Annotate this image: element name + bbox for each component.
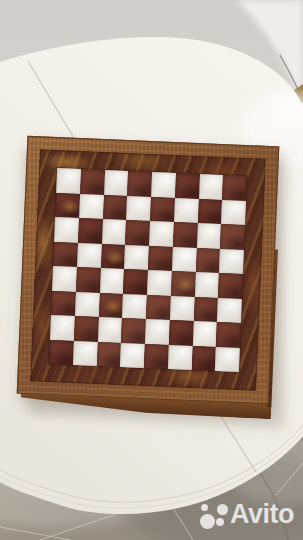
square-h6	[220, 224, 245, 249]
square-d7	[126, 196, 151, 221]
square-b2	[74, 316, 99, 341]
square-d6	[125, 220, 150, 245]
square-c7	[103, 195, 128, 220]
square-a4	[52, 266, 77, 291]
square-h7	[221, 200, 246, 225]
square-b1	[73, 340, 98, 365]
square-g4	[194, 272, 219, 297]
watermark-text: Avito	[230, 497, 294, 531]
square-e6	[149, 221, 174, 246]
square-a5	[53, 242, 78, 267]
square-e4	[147, 270, 172, 295]
square-b3	[75, 291, 100, 316]
chess-board	[17, 136, 280, 404]
square-d3	[122, 293, 147, 318]
square-c2	[97, 317, 122, 342]
square-e3	[146, 294, 171, 319]
photo-of-chess-board: Avito	[0, 0, 303, 540]
square-h2	[216, 322, 241, 347]
onyx-border	[30, 149, 266, 390]
square-f2	[169, 320, 194, 345]
board-grid	[49, 168, 247, 372]
square-b7	[79, 194, 104, 219]
square-c4	[100, 268, 125, 293]
square-a8	[56, 168, 81, 193]
square-a6	[54, 217, 79, 242]
square-g2	[192, 321, 217, 346]
square-g1	[191, 345, 216, 370]
square-b6	[78, 218, 103, 243]
square-c1	[96, 341, 121, 366]
square-b4	[76, 267, 101, 292]
square-d4	[123, 269, 148, 294]
square-g3	[193, 296, 218, 321]
square-a7	[55, 193, 80, 218]
watermark: Avito	[192, 496, 294, 532]
square-e2	[145, 319, 170, 344]
square-d8	[127, 171, 152, 196]
square-e1	[144, 343, 169, 368]
square-f4	[171, 271, 196, 296]
square-g7	[198, 199, 223, 224]
square-h5	[219, 249, 244, 274]
square-h1	[215, 346, 240, 371]
square-h4	[218, 273, 243, 298]
square-f3	[170, 295, 195, 320]
square-c6	[102, 219, 127, 244]
square-f1	[168, 344, 193, 369]
square-g5	[195, 248, 220, 273]
square-h8	[222, 175, 247, 200]
square-d1	[120, 342, 145, 367]
square-e7	[150, 197, 175, 222]
square-a1	[49, 339, 74, 364]
square-b5	[77, 243, 102, 268]
square-h3	[217, 297, 242, 322]
square-b8	[80, 169, 105, 194]
square-c8	[104, 170, 129, 195]
square-e8	[151, 172, 176, 197]
square-a3	[51, 291, 76, 316]
square-g8	[199, 174, 224, 199]
square-d5	[124, 245, 149, 270]
square-g6	[196, 223, 221, 248]
square-e5	[148, 246, 173, 271]
wood-frame	[17, 136, 280, 404]
square-a2	[50, 315, 75, 340]
square-d2	[121, 318, 146, 343]
square-f7	[174, 198, 199, 223]
square-f6	[173, 222, 198, 247]
square-c5	[101, 244, 126, 269]
square-c3	[98, 292, 123, 317]
square-f5	[172, 247, 197, 272]
avito-logo-icon	[192, 496, 230, 532]
square-f8	[175, 173, 200, 198]
